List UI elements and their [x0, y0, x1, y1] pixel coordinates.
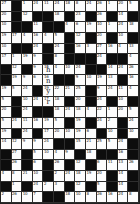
cell-r19-c5: [43, 192, 54, 203]
clue-number: 24: [65, 171, 70, 176]
cell-r19-c6: [54, 192, 65, 203]
clue-number: 10: [65, 65, 70, 70]
clue-number: 17: [44, 129, 49, 134]
clue-number: 9: [33, 139, 35, 144]
cell-r5-c7: [65, 44, 76, 55]
cell-r11-c7[interactable]: 24: [65, 107, 76, 118]
clue-number: 19: [2, 33, 7, 38]
cell-r14-c8[interactable]: 15: [75, 139, 86, 150]
cell-r17-c11: [107, 171, 118, 182]
clue-number: 19: [86, 171, 91, 176]
clue-number: 24: [86, 1, 91, 6]
cell-r8-c4[interactable]: 6: [33, 75, 44, 86]
clue-number: 24: [97, 97, 102, 102]
cell-r17-c1[interactable]: 4: [1, 171, 12, 182]
clue-number: 1: [23, 1, 25, 6]
clue-number: 24: [129, 118, 134, 123]
cell-r4-c10[interactable]: 20: [97, 33, 108, 44]
cell-r15-c1: [1, 150, 12, 161]
cell-r11-c12[interactable]: 20: [118, 107, 129, 118]
cell-r4-c13: [128, 33, 139, 44]
cell-r12-c2[interactable]: 24: [12, 118, 23, 129]
clue-number: 5: [55, 33, 57, 38]
clue-number: 14: [118, 171, 123, 176]
clue-number: 16: [118, 150, 123, 155]
clue-number: 24: [23, 129, 28, 134]
cell-r12-c3[interactable]: 11: [22, 118, 33, 129]
clue-number: 27: [2, 1, 7, 6]
clue-number: 12: [12, 139, 17, 144]
clue-number: 5: [55, 118, 57, 123]
clue-number: 12: [76, 182, 81, 187]
clue-number: 21: [65, 86, 70, 91]
clue-number: 5: [33, 150, 35, 155]
cell-r19-c1[interactable]: 2: [1, 192, 12, 203]
clue-number: 26: [97, 1, 102, 6]
clue-number: 20: [118, 1, 123, 6]
cell-r18-c5[interactable]: 2: [43, 182, 54, 193]
clue-number: 10: [65, 129, 70, 134]
cell-r10-c2: [12, 97, 23, 108]
clue-number: 6: [97, 160, 99, 165]
cell-r4-c11: [107, 33, 118, 44]
clue-number: 5: [97, 182, 99, 187]
cell-r4-c2[interactable]: 17: [12, 33, 23, 44]
clue-number: 5: [2, 118, 4, 123]
cell-r3-c7[interactable]: 4: [65, 22, 76, 33]
cell-r11-c9[interactable]: 4: [86, 107, 97, 118]
clue-number: 11: [118, 86, 123, 91]
clue-number: 24: [55, 44, 60, 49]
clue-number: 24: [12, 118, 17, 123]
clue-number: 11: [44, 1, 49, 6]
clue-number: 6: [33, 160, 35, 165]
cell-r19-c3[interactable]: 10: [22, 192, 33, 203]
clue-number: 1: [108, 1, 110, 6]
entered-letter: y: [43, 88, 53, 96]
cell-r6-c1[interactable]: 17: [1, 54, 12, 65]
clue-number: 19: [12, 75, 17, 80]
cell-r9-c7[interactable]: 21: [65, 86, 76, 97]
clue-number: 20: [2, 12, 7, 17]
cell-r14-c1[interactable]: 14: [1, 139, 12, 150]
clue-number: 14: [2, 139, 7, 144]
clue-number: 18: [55, 12, 60, 17]
cell-r14-c13: [128, 139, 139, 150]
cell-r12-c7: [65, 118, 76, 129]
clue-number: 19: [23, 54, 28, 59]
clue-number: 9: [76, 75, 78, 80]
cell-r5-c9[interactable]: 3: [86, 44, 97, 55]
clue-number: 11: [23, 118, 28, 123]
cell-r19-c8[interactable]: 10: [75, 192, 86, 203]
clue-number: 22: [55, 86, 60, 91]
clue-number: 24: [33, 44, 38, 49]
cell-r5-c5: [43, 44, 54, 55]
cell-r4-c1[interactable]: 19: [1, 33, 12, 44]
clue-number: 9: [33, 65, 35, 70]
clue-number: 24: [118, 65, 123, 70]
cell-r5-c11[interactable]: 16: [107, 44, 118, 55]
clue-number: 16: [108, 192, 113, 197]
cell-r1-c2: [12, 1, 23, 12]
cell-r10-c5[interactable]: 17r: [43, 97, 54, 108]
clue-number: 16: [33, 118, 38, 123]
cell-r12-c11[interactable]: 2: [107, 118, 118, 129]
cell-r2-c3[interactable]: 12: [22, 12, 33, 23]
cell-r15-c7[interactable]: 9: [65, 150, 76, 161]
cell-r3-c9[interactable]: 19: [86, 22, 97, 33]
clue-number: 6: [33, 75, 35, 80]
cell-r6-c3[interactable]: 19: [22, 54, 33, 65]
cell-r3-c13[interactable]: 18: [128, 22, 139, 33]
clue-number: 12: [12, 65, 17, 70]
clue-number: 12: [76, 33, 81, 38]
clue-number: 18: [129, 22, 134, 27]
cell-r3-c11[interactable]: 1: [107, 22, 118, 33]
clue-number: 18: [65, 1, 70, 6]
clue-number: 3: [55, 182, 57, 187]
clue-number: 26: [12, 192, 17, 197]
entered-letter: r: [43, 99, 53, 107]
cell-r12-c1[interactable]: 5: [1, 118, 12, 129]
clue-number: 9: [33, 54, 35, 59]
cell-r15-c5[interactable]: 10: [43, 150, 54, 161]
cell-r16-c5: [43, 160, 54, 171]
clue-number: 19: [44, 118, 49, 123]
cell-r5-c8[interactable]: 16: [75, 44, 86, 55]
clue-number: 4: [65, 22, 67, 27]
cell-r12-c8[interactable]: 19: [75, 118, 86, 129]
cell-r13-c7[interactable]: 10: [65, 129, 76, 140]
cell-r6-c9: [86, 54, 97, 65]
clue-number: 24: [118, 22, 123, 27]
clue-number: 20: [97, 33, 102, 38]
clue-number: 26: [55, 160, 60, 165]
cell-r13-c6[interactable]: 20: [54, 129, 65, 140]
clue-number: 19: [97, 75, 102, 80]
clue-number: 20: [76, 97, 81, 102]
cell-r10-c4[interactable]: 24: [33, 97, 44, 108]
clue-number: 10: [118, 97, 123, 102]
clue-number: 10: [33, 171, 38, 176]
clue-number: 18: [86, 150, 91, 155]
clue-number: 2: [108, 118, 110, 123]
clue-number: 1: [108, 107, 110, 112]
clue-number: 4: [118, 44, 120, 49]
cell-r4-c4[interactable]: 16: [33, 33, 44, 44]
clue-number: 2: [2, 192, 4, 197]
clue-number: 18: [55, 97, 60, 102]
clue-number: 4: [55, 150, 57, 155]
clue-number: 17: [12, 33, 17, 38]
cell-r19-c9[interactable]: 8: [86, 192, 97, 203]
clue-number: 21: [86, 139, 91, 144]
clue-number: 24: [97, 54, 102, 59]
clue-number: 9: [65, 150, 67, 155]
clue-number: 13: [129, 44, 134, 49]
cell-r12-c5[interactable]: 19: [43, 118, 54, 129]
cell-r4-c8[interactable]: 12: [75, 33, 86, 44]
clue-number: 5: [12, 86, 14, 91]
clue-number: 12: [76, 160, 81, 165]
clue-number: 26: [97, 12, 102, 17]
cell-r19-c4[interactable]: 7: [33, 192, 44, 203]
clue-number: 25: [76, 86, 81, 91]
clue-number: 26: [97, 192, 102, 197]
cell-r4-c9: [86, 33, 97, 44]
cell-r4-c12[interactable]: 10: [118, 33, 129, 44]
clue-number: 9: [97, 86, 99, 91]
codeword-puzzle: 2712411241882426120520121823261410114619…: [0, 0, 140, 204]
cell-r19-c2[interactable]: 26: [12, 192, 23, 203]
cell-r2-c5: [43, 12, 54, 23]
clue-number: 26: [12, 160, 17, 165]
clue-number: 4: [86, 107, 88, 112]
clue-number: 5: [108, 139, 110, 144]
cell-r7-c6[interactable]: 4: [54, 65, 65, 76]
clue-number: 19: [86, 22, 91, 27]
clue-number: 10: [2, 44, 7, 49]
cell-r14-c10[interactable]: 25: [97, 139, 108, 150]
clue-number: 16: [108, 44, 113, 49]
cell-r1-c4[interactable]: 24: [33, 1, 44, 12]
clue-number: 6: [86, 129, 88, 134]
clue-number: 24: [23, 107, 28, 112]
cell-r4-c3[interactable]: 4: [22, 33, 33, 44]
clue-number: 24: [118, 139, 123, 144]
clue-number: 24: [44, 139, 49, 144]
clue-number: 8: [129, 192, 131, 197]
clue-number: 9: [23, 75, 25, 80]
clue-number: 3: [86, 44, 88, 49]
clue-number: 10: [108, 129, 113, 134]
cell-r12-c4[interactable]: 16: [33, 118, 44, 129]
cell-r1-c9[interactable]: 24: [86, 1, 97, 12]
clue-number: 24: [118, 192, 123, 197]
clue-number: 10: [97, 22, 102, 27]
clue-number: 16: [76, 44, 81, 49]
clue-number: 10: [129, 129, 134, 134]
cell-r1-c5[interactable]: 11: [43, 1, 54, 12]
cell-r16-c13[interactable]: 26: [128, 160, 139, 171]
cell-r9-c13[interactable]: 4: [128, 86, 139, 97]
clue-number: 24: [76, 65, 81, 70]
cell-r14-c11[interactable]: 5: [107, 139, 118, 150]
cell-r19-c10[interactable]: 26: [97, 192, 108, 203]
cell-r19-c13[interactable]: 8: [128, 192, 139, 203]
cell-r16-c11[interactable]: 11: [107, 160, 118, 171]
clue-number: 5: [129, 1, 131, 6]
clue-number: 19: [2, 129, 7, 134]
cell-r12-c10[interactable]: 24: [97, 118, 108, 129]
clue-number: 18: [76, 171, 81, 176]
clue-number: 20: [55, 129, 60, 134]
clue-number: 2: [55, 171, 57, 176]
cell-r5-c12[interactable]: 4: [118, 44, 129, 55]
clue-number: 16: [33, 33, 38, 38]
cell-r12-c6[interactable]: 5: [54, 118, 65, 129]
cell-r9-c9: [86, 86, 97, 97]
clue-number: 24: [33, 182, 38, 187]
clue-number: 1: [12, 54, 14, 59]
clue-number: 9: [23, 139, 25, 144]
cell-r14-c3[interactable]: 9: [22, 139, 33, 150]
clue-number: 10: [86, 75, 91, 80]
cell-r12-c9: [86, 118, 97, 129]
cell-r1-c11[interactable]: 1: [107, 1, 118, 12]
cell-r17-c3[interactable]: 21: [22, 171, 33, 182]
clue-number: 5: [2, 97, 4, 102]
cell-r7-c7[interactable]: 10: [65, 65, 76, 76]
clue-number: 4: [129, 86, 131, 91]
cell-r9-c11[interactable]: 24: [107, 86, 118, 97]
clue-number: 19: [76, 118, 81, 123]
clue-number: 19: [76, 129, 81, 134]
clue-number: 8: [12, 171, 14, 176]
cell-r4-c7: [65, 33, 76, 44]
cell-r17-c7[interactable]: 24: [65, 171, 76, 182]
clue-number: 4: [129, 54, 131, 59]
clue-number: 25: [97, 139, 102, 144]
clue-number: 20: [118, 107, 123, 112]
codeword-grid: 2712411241882426120520121823261410114619…: [0, 0, 140, 204]
clue-number: 10: [2, 22, 7, 27]
clue-number: 18: [65, 192, 70, 197]
cell-r19-c11[interactable]: 16: [107, 192, 118, 203]
cell-r8-c9[interactable]: 10: [86, 75, 97, 86]
entered-letter: h: [43, 67, 53, 75]
clue-number: 24: [97, 118, 102, 123]
entered-letter: n: [43, 78, 53, 86]
cell-r2-c6[interactable]: 18: [54, 12, 65, 23]
clue-number: 13: [108, 75, 113, 80]
cell-r15-c9[interactable]: 18: [86, 150, 97, 161]
clue-number: 22: [97, 107, 102, 112]
cell-r13-c13[interactable]: 10: [128, 129, 139, 140]
clue-number: 20: [97, 171, 102, 176]
clue-number: 10: [76, 192, 81, 197]
clue-number: 14: [118, 12, 123, 17]
clue-number: 4: [55, 65, 57, 70]
clue-number: 20: [2, 107, 7, 112]
cell-r1-c7[interactable]: 18: [65, 1, 76, 12]
clue-number: 18: [55, 107, 60, 112]
clue-number: 23: [76, 12, 81, 17]
clue-number: 27: [12, 150, 17, 155]
clue-number: 12: [23, 12, 28, 17]
cell-r19-c12[interactable]: 24: [118, 192, 129, 203]
clue-number: 7: [33, 192, 35, 197]
clue-number: 5: [129, 107, 131, 112]
cell-r1-c13[interactable]: 5: [128, 1, 139, 12]
clue-number: 8: [76, 1, 78, 6]
cell-r17-c9[interactable]: 19: [86, 171, 97, 182]
clue-number: 10: [118, 33, 123, 38]
clue-number: 8: [55, 54, 57, 59]
cell-r6-c10[interactable]: 24: [97, 54, 108, 65]
clue-number: 6: [76, 22, 78, 27]
clue-number: 10: [23, 192, 28, 197]
cell-r19-c7[interactable]: 18: [65, 192, 76, 203]
cell-r12-c12: [118, 118, 129, 129]
cell-r4-c6[interactable]: 5: [54, 33, 65, 44]
cell-r7-c1: [1, 65, 12, 76]
cell-r15-c3: [22, 150, 33, 161]
clue-number: 1: [108, 22, 110, 27]
cell-r18-c6[interactable]: 3: [54, 182, 65, 193]
cell-r4-c5[interactable]: 4: [43, 33, 54, 44]
clue-number: 1: [12, 182, 14, 187]
clue-number: 8: [86, 192, 88, 197]
clue-number: 24: [33, 1, 38, 6]
clue-number: 15: [76, 139, 81, 144]
clue-number: 16: [129, 75, 134, 80]
clue-number: 21: [23, 171, 28, 176]
clue-number: 14: [118, 182, 123, 187]
clue-number: 24: [55, 1, 60, 6]
clue-number: 11: [108, 160, 113, 165]
cell-r2-c2: [12, 12, 23, 23]
clue-number: 26: [129, 65, 134, 70]
clue-number: 24: [33, 97, 38, 102]
clue-number: 10: [23, 97, 28, 102]
clue-number: 4: [2, 171, 4, 176]
clue-number: 2: [44, 182, 46, 187]
cell-r9-c2[interactable]: 5: [12, 86, 23, 97]
clue-number: 24: [65, 107, 70, 112]
cell-r7-c12[interactable]: 24: [118, 65, 129, 76]
cell-r12-c13[interactable]: 24: [128, 118, 139, 129]
clue-number: 18: [76, 107, 81, 112]
clue-number: 11: [33, 22, 38, 27]
clue-number: 4: [23, 33, 25, 38]
clue-number: 27: [97, 44, 102, 49]
cell-r17-c13: [128, 171, 139, 182]
clue-number: 17: [2, 54, 7, 59]
clue-number: 13: [118, 160, 123, 165]
clue-number: 10: [44, 150, 49, 155]
clue-number: 4: [44, 33, 46, 38]
clue-number: 14: [108, 65, 113, 70]
clue-number: 24: [23, 86, 28, 91]
clue-number: 24: [108, 86, 113, 91]
clue-number: 19: [2, 86, 7, 91]
clue-number: 26: [129, 160, 134, 165]
